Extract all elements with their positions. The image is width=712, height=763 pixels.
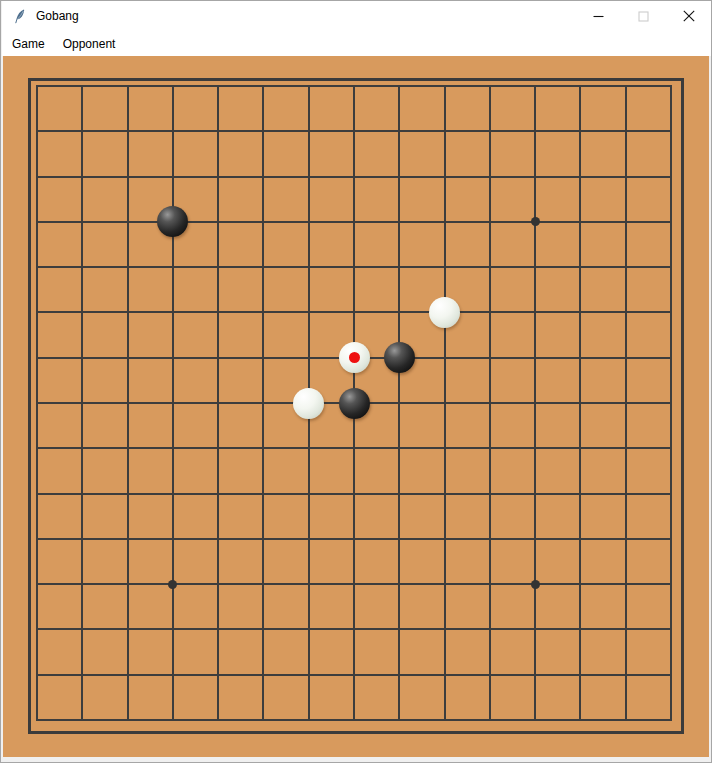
board-cell[interactable]	[627, 630, 672, 675]
board-cell[interactable]	[310, 223, 355, 268]
menu-opponent[interactable]: Opponent	[54, 33, 125, 55]
board-cell[interactable]	[536, 359, 581, 404]
board-cell[interactable]	[219, 630, 264, 675]
board-cell[interactable]	[491, 495, 536, 540]
board-cell[interactable]	[38, 540, 83, 585]
board-cell[interactable]	[581, 178, 626, 223]
board-cell[interactable]	[129, 495, 174, 540]
board-cell[interactable]	[129, 132, 174, 177]
board-cell[interactable]	[310, 359, 355, 404]
board-cell[interactable]	[219, 223, 264, 268]
board-cell[interactable]	[581, 132, 626, 177]
board-cell[interactable]	[446, 404, 491, 449]
board-cell[interactable]	[446, 268, 491, 313]
board-cell[interactable]	[83, 359, 128, 404]
board-cell[interactable]	[491, 223, 536, 268]
board-cell[interactable]	[536, 540, 581, 585]
board-cell[interactable]	[400, 449, 445, 494]
board-cell[interactable]	[536, 404, 581, 449]
board-cell[interactable]	[581, 495, 626, 540]
board-cell[interactable]	[38, 495, 83, 540]
board-cell[interactable]	[536, 132, 581, 177]
board-cell[interactable]	[491, 87, 536, 132]
board-cell[interactable]	[627, 676, 672, 721]
board-cell[interactable]	[581, 313, 626, 358]
board-cell[interactable]	[581, 268, 626, 313]
board-cell[interactable]	[83, 313, 128, 358]
board-cell[interactable]	[491, 585, 536, 630]
board-cell[interactable]	[264, 178, 309, 223]
board-cell[interactable]	[536, 495, 581, 540]
board-cell[interactable]	[400, 540, 445, 585]
board-cell[interactable]	[219, 676, 264, 721]
board-cell[interactable]	[38, 313, 83, 358]
board-cell[interactable]	[536, 585, 581, 630]
board-cell[interactable]	[83, 404, 128, 449]
board-cell[interactable]	[38, 223, 83, 268]
board-cell[interactable]	[446, 87, 491, 132]
board-cell[interactable]	[581, 359, 626, 404]
board-cell[interactable]	[581, 87, 626, 132]
board-cell[interactable]	[400, 178, 445, 223]
board-cell[interactable]	[536, 449, 581, 494]
board-cell[interactable]	[219, 540, 264, 585]
board-cell[interactable]	[627, 313, 672, 358]
board-cell[interactable]	[264, 676, 309, 721]
board-cell[interactable]	[310, 585, 355, 630]
board-cell[interactable]	[400, 313, 445, 358]
close-button[interactable]	[666, 1, 711, 31]
board-cell[interactable]	[219, 178, 264, 223]
board-cell[interactable]	[355, 585, 400, 630]
board-cell[interactable]	[83, 87, 128, 132]
board-cell[interactable]	[174, 268, 219, 313]
board-cell[interactable]	[174, 540, 219, 585]
board-cell[interactable]	[129, 268, 174, 313]
board-cell[interactable]	[446, 449, 491, 494]
board-cell[interactable]	[264, 404, 309, 449]
board-cell[interactable]	[491, 449, 536, 494]
minimize-button[interactable]	[576, 1, 621, 31]
board-cell[interactable]	[491, 313, 536, 358]
board-cell[interactable]	[310, 449, 355, 494]
board-cell[interactable]	[581, 404, 626, 449]
board-cell[interactable]	[129, 630, 174, 675]
maximize-button[interactable]	[621, 1, 666, 31]
board-cell[interactable]	[627, 359, 672, 404]
board-cell[interactable]	[219, 495, 264, 540]
board-cell[interactable]	[38, 178, 83, 223]
board-cell[interactable]	[355, 676, 400, 721]
board-cell[interactable]	[129, 676, 174, 721]
close-icon	[683, 10, 695, 22]
board-cell[interactable]	[536, 268, 581, 313]
board-grid[interactable]	[36, 85, 672, 721]
board-cell[interactable]	[264, 132, 309, 177]
board-cell[interactable]	[310, 268, 355, 313]
board-cell[interactable]	[38, 630, 83, 675]
board-cell[interactable]	[174, 132, 219, 177]
board-cell[interactable]	[264, 585, 309, 630]
board-cell[interactable]	[446, 178, 491, 223]
board-cell[interactable]	[174, 359, 219, 404]
board-cell[interactable]	[446, 359, 491, 404]
board-cell[interactable]	[355, 449, 400, 494]
board-cell[interactable]	[355, 132, 400, 177]
board-cell[interactable]	[38, 585, 83, 630]
board-cell[interactable]	[129, 585, 174, 630]
board-cell[interactable]	[536, 630, 581, 675]
board-cell[interactable]	[83, 676, 128, 721]
board-cell[interactable]	[446, 495, 491, 540]
board-cell[interactable]	[310, 178, 355, 223]
board-cell[interactable]	[627, 223, 672, 268]
board-cell[interactable]	[219, 404, 264, 449]
board-cell[interactable]	[219, 359, 264, 404]
board-cell[interactable]	[355, 223, 400, 268]
board-cell[interactable]	[400, 630, 445, 675]
board-cell[interactable]	[627, 87, 672, 132]
board-cell[interactable]	[129, 313, 174, 358]
board-cell[interactable]	[400, 132, 445, 177]
board-cell[interactable]	[446, 223, 491, 268]
board-cell[interactable]	[400, 223, 445, 268]
board-cell[interactable]	[581, 630, 626, 675]
board-cell[interactable]	[310, 87, 355, 132]
board-cell[interactable]	[536, 223, 581, 268]
board-cell[interactable]	[400, 676, 445, 721]
board-cell[interactable]	[310, 540, 355, 585]
board-cell[interactable]	[174, 223, 219, 268]
board-cell[interactable]	[83, 178, 128, 223]
board-cell[interactable]	[310, 676, 355, 721]
python-feather-icon	[13, 9, 26, 24]
maximize-icon	[638, 11, 649, 22]
board-cell[interactable]	[174, 178, 219, 223]
board-cell[interactable]	[491, 676, 536, 721]
window-title: Gobang	[36, 9, 79, 23]
board-cell[interactable]	[355, 359, 400, 404]
board-cell[interactable]	[264, 313, 309, 358]
board-cell[interactable]	[627, 404, 672, 449]
window-controls	[576, 1, 711, 31]
board-cell[interactable]	[355, 404, 400, 449]
board-cell[interactable]	[129, 359, 174, 404]
board-cell[interactable]	[38, 132, 83, 177]
board-cell[interactable]	[355, 87, 400, 132]
board-cell[interactable]	[38, 359, 83, 404]
board-canvas[interactable]	[3, 56, 709, 757]
board-cell[interactable]	[355, 268, 400, 313]
board-cell[interactable]	[38, 676, 83, 721]
board-cell[interactable]	[83, 495, 128, 540]
board-cell[interactable]	[627, 268, 672, 313]
board-cell[interactable]	[264, 630, 309, 675]
board-cell[interactable]	[491, 132, 536, 177]
board-cell[interactable]	[446, 132, 491, 177]
board-cell[interactable]	[174, 495, 219, 540]
board-cell[interactable]	[355, 630, 400, 675]
board-cell[interactable]	[310, 313, 355, 358]
board-cell[interactable]	[491, 540, 536, 585]
board-cell[interactable]	[581, 676, 626, 721]
board-cell[interactable]	[83, 449, 128, 494]
board-cell[interactable]	[627, 540, 672, 585]
board-cell[interactable]	[264, 540, 309, 585]
board-cell[interactable]	[310, 404, 355, 449]
board-cell[interactable]	[129, 87, 174, 132]
board-cell[interactable]	[83, 132, 128, 177]
board-cell[interactable]	[581, 449, 626, 494]
board-cell[interactable]	[129, 449, 174, 494]
board-cell[interactable]	[400, 359, 445, 404]
board-cell[interactable]	[446, 630, 491, 675]
board-cell[interactable]	[264, 359, 309, 404]
board-cell[interactable]	[400, 495, 445, 540]
board-cell[interactable]	[400, 268, 445, 313]
board-cell[interactable]	[174, 630, 219, 675]
board-cell[interactable]	[129, 404, 174, 449]
board-cell[interactable]	[83, 540, 128, 585]
board-cell[interactable]	[400, 404, 445, 449]
board-cell[interactable]	[355, 540, 400, 585]
board-cell[interactable]	[310, 132, 355, 177]
board-cell[interactable]	[581, 223, 626, 268]
board-cell[interactable]	[83, 630, 128, 675]
board-cell[interactable]	[264, 449, 309, 494]
board-cell[interactable]	[38, 268, 83, 313]
board-cell[interactable]	[174, 585, 219, 630]
board-cell[interactable]	[491, 630, 536, 675]
board-cell[interactable]	[400, 87, 445, 132]
board-cell[interactable]	[38, 449, 83, 494]
gobang-window: Gobang Game Opponent	[0, 0, 712, 763]
board-cell[interactable]	[174, 87, 219, 132]
menu-bar: Game Opponent	[2, 31, 711, 56]
board-cell[interactable]	[219, 132, 264, 177]
board-cell[interactable]	[174, 404, 219, 449]
board-cell[interactable]	[219, 449, 264, 494]
board-cell[interactable]	[310, 630, 355, 675]
board-cell[interactable]	[174, 449, 219, 494]
board-cell[interactable]	[83, 585, 128, 630]
board-cell[interactable]	[264, 223, 309, 268]
board-cell[interactable]	[219, 585, 264, 630]
board-cell[interactable]	[264, 268, 309, 313]
board-cell[interactable]	[536, 178, 581, 223]
board-cell[interactable]	[355, 313, 400, 358]
board-cell[interactable]	[491, 404, 536, 449]
menu-game[interactable]: Game	[3, 33, 54, 55]
board-cell[interactable]	[264, 87, 309, 132]
board-cell[interactable]	[219, 268, 264, 313]
board-cell[interactable]	[219, 313, 264, 358]
minimize-icon	[593, 11, 604, 22]
board-cell[interactable]	[581, 585, 626, 630]
board-cell[interactable]	[38, 404, 83, 449]
board-cell[interactable]	[536, 313, 581, 358]
board-cell[interactable]	[355, 178, 400, 223]
board-cell[interactable]	[400, 585, 445, 630]
board-cell[interactable]	[129, 178, 174, 223]
board-cell[interactable]	[83, 268, 128, 313]
board-cell[interactable]	[174, 313, 219, 358]
board-cell[interactable]	[491, 268, 536, 313]
title-bar: Gobang	[2, 1, 711, 31]
board-cell[interactable]	[627, 132, 672, 177]
board-cell[interactable]	[129, 223, 174, 268]
board-cell[interactable]	[310, 495, 355, 540]
board-cell[interactable]	[355, 495, 400, 540]
board-cell[interactable]	[83, 223, 128, 268]
board-cell[interactable]	[627, 178, 672, 223]
board-cell[interactable]	[536, 676, 581, 721]
board-cell[interactable]	[446, 676, 491, 721]
board-cell[interactable]	[627, 449, 672, 494]
board-cell[interactable]	[446, 585, 491, 630]
board-cell[interactable]	[446, 313, 491, 358]
board-cell[interactable]	[38, 87, 83, 132]
board-cell[interactable]	[264, 495, 309, 540]
board-cell[interactable]	[627, 495, 672, 540]
board-cell[interactable]	[174, 676, 219, 721]
board-cell[interactable]	[491, 359, 536, 404]
board-cell[interactable]	[446, 540, 491, 585]
board-cell[interactable]	[491, 178, 536, 223]
board-cell[interactable]	[536, 87, 581, 132]
board-cell[interactable]	[581, 540, 626, 585]
board-cell[interactable]	[129, 540, 174, 585]
board-cell[interactable]	[219, 87, 264, 132]
board-cell[interactable]	[627, 585, 672, 630]
